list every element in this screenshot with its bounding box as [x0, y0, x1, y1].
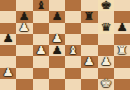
square-d2[interactable]	[49, 68, 65, 79]
black-pawn-b7: ♟	[16, 11, 33, 22]
square-f1[interactable]	[81, 79, 97, 90]
black-pawn-d4: ♟	[48, 45, 65, 56]
black-pawn-h6: ♟	[113, 22, 130, 33]
square-b7[interactable]: ♟	[16, 11, 32, 22]
black-bishop-c8: ♝	[32, 0, 49, 11]
square-a5[interactable]: ♟	[0, 34, 16, 45]
chess-board: ♝♚♟♟♜♟♛♟♟♟♟♟♝♜♟♟♟♚	[0, 0, 130, 90]
white-pawn-c4: ♟	[32, 45, 49, 56]
square-e7[interactable]	[65, 11, 81, 22]
square-a3[interactable]	[0, 56, 16, 67]
square-b2[interactable]	[16, 68, 32, 79]
square-a7[interactable]	[0, 11, 16, 22]
square-f8[interactable]	[81, 0, 97, 11]
square-f6[interactable]	[81, 23, 97, 34]
white-king-g1: ♚	[97, 78, 114, 89]
square-g6[interactable]: ♛	[98, 23, 114, 34]
black-rook-f7: ♜	[81, 11, 98, 22]
square-e8[interactable]	[65, 0, 81, 11]
white-bishop-e4: ♝	[65, 45, 82, 56]
square-b3[interactable]	[16, 56, 32, 67]
square-c3[interactable]	[33, 56, 49, 67]
white-pawn-a2: ♟	[0, 67, 17, 78]
square-a1[interactable]	[0, 79, 16, 90]
square-b8[interactable]	[16, 0, 32, 11]
square-d7[interactable]: ♟	[49, 11, 65, 22]
square-h7[interactable]	[114, 11, 130, 22]
square-e4[interactable]: ♝	[65, 45, 81, 56]
square-e3[interactable]	[65, 56, 81, 67]
square-c2[interactable]	[33, 68, 49, 79]
white-pawn-f3: ♟	[81, 56, 98, 67]
square-f5[interactable]	[81, 34, 97, 45]
black-king-g8: ♚	[97, 0, 114, 11]
square-b1[interactable]	[16, 79, 32, 90]
square-a4[interactable]	[0, 45, 16, 56]
square-c1[interactable]	[33, 79, 49, 90]
square-g2[interactable]	[98, 68, 114, 79]
square-a8[interactable]	[0, 0, 16, 11]
white-pawn-g3: ♟	[97, 56, 114, 67]
square-e6[interactable]	[65, 23, 81, 34]
square-h4[interactable]: ♜	[114, 45, 130, 56]
black-queen-g6: ♛	[97, 22, 114, 33]
square-b5[interactable]	[16, 34, 32, 45]
square-d6[interactable]	[49, 23, 65, 34]
square-f3[interactable]: ♟	[81, 56, 97, 67]
square-h1[interactable]	[114, 79, 130, 90]
square-d4[interactable]: ♟	[49, 45, 65, 56]
square-b4[interactable]	[16, 45, 32, 56]
square-h5[interactable]	[114, 34, 130, 45]
square-g8[interactable]: ♚	[98, 0, 114, 11]
square-g7[interactable]	[98, 11, 114, 22]
square-a2[interactable]: ♟	[0, 68, 16, 79]
square-c5[interactable]	[33, 34, 49, 45]
square-h3[interactable]	[114, 56, 130, 67]
black-pawn-a5: ♟	[0, 33, 17, 44]
square-f7[interactable]: ♜	[81, 11, 97, 22]
square-d3[interactable]	[49, 56, 65, 67]
square-d8[interactable]	[49, 0, 65, 11]
square-f2[interactable]	[81, 68, 97, 79]
square-d5[interactable]: ♟	[49, 34, 65, 45]
black-pawn-d7: ♟	[48, 11, 65, 22]
square-c6[interactable]	[33, 23, 49, 34]
square-b6[interactable]: ♟	[16, 23, 32, 34]
square-c7[interactable]	[33, 11, 49, 22]
square-g1[interactable]: ♚	[98, 79, 114, 90]
square-h2[interactable]	[114, 68, 130, 79]
white-pawn-b6: ♟	[16, 22, 33, 33]
square-e1[interactable]	[65, 79, 81, 90]
square-e2[interactable]	[65, 68, 81, 79]
square-h6[interactable]: ♟	[114, 23, 130, 34]
square-a6[interactable]	[0, 23, 16, 34]
square-h8[interactable]	[114, 0, 130, 11]
white-pawn-d5: ♟	[48, 33, 65, 44]
square-g3[interactable]: ♟	[98, 56, 114, 67]
square-e5[interactable]	[65, 34, 81, 45]
square-d1[interactable]	[49, 79, 65, 90]
square-g4[interactable]	[98, 45, 114, 56]
square-c4[interactable]: ♟	[33, 45, 49, 56]
square-c8[interactable]: ♝	[33, 0, 49, 11]
square-f4[interactable]	[81, 45, 97, 56]
white-rook-h4: ♜	[113, 45, 130, 56]
square-g5[interactable]	[98, 34, 114, 45]
